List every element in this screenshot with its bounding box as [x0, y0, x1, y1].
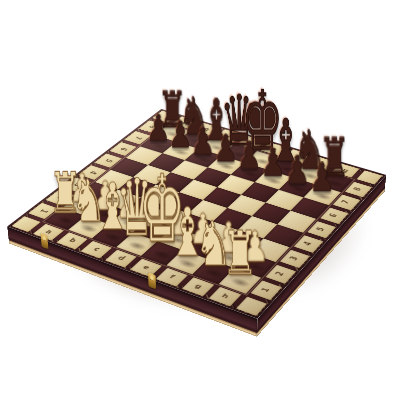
coordinate-label: h — [220, 293, 230, 300]
coordinate-label: 6 — [119, 147, 128, 151]
coordinate-label: d — [116, 255, 126, 261]
coordinate-label: g — [193, 283, 203, 290]
coordinate-label: e — [141, 265, 151, 271]
coordinate-label: 8 — [354, 187, 364, 192]
product-photo-scene: abcdefgh8♜♞♝♛♚♝♞♜87♟♟♟♟♟♟♟♟7665544332♟♟♟… — [0, 0, 400, 400]
coordinate-label: 4 — [303, 241, 313, 246]
pawn-glyph: ♟ — [261, 144, 286, 182]
pawn-glyph: ♟ — [237, 137, 262, 175]
coordinate-label: 1 — [38, 208, 48, 213]
pawn-glyph: ♟ — [146, 111, 170, 147]
coordinate-label: 3 — [290, 256, 300, 262]
coordinate-label: 1 — [261, 287, 272, 293]
pawn-glyph: ♟ — [214, 131, 239, 168]
rook-glyph: ♜ — [222, 224, 258, 284]
coordinate-label: 5 — [103, 158, 112, 162]
coordinate-label: c — [92, 247, 101, 253]
pawn-glyph: ♟ — [309, 159, 335, 198]
coordinate-label: 5 — [317, 227, 327, 232]
coordinate-label: 2 — [276, 271, 287, 277]
coordinate-label: 7 — [342, 200, 352, 205]
pawn-glyph: ♟ — [191, 124, 216, 161]
brass-clasp[interactable] — [148, 272, 156, 289]
border-tile: b — [56, 232, 87, 249]
coordinate-label: 6 — [329, 213, 339, 218]
pawn-glyph: ♟ — [168, 117, 192, 154]
pawn-glyph: ♟ — [285, 152, 311, 191]
coordinate-label: 7 — [133, 136, 142, 140]
coordinate-label: f — [168, 274, 176, 280]
coordinate-label: b — [67, 238, 77, 244]
